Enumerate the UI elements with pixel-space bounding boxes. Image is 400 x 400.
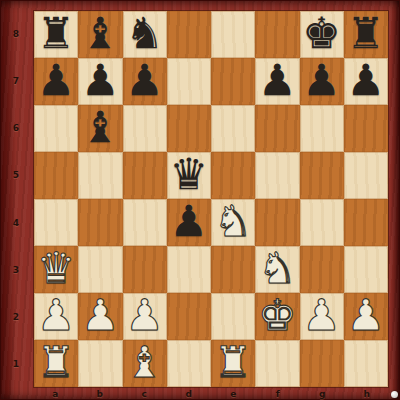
white-knight-e4[interactable]: ♞ [214, 200, 253, 243]
square-h6[interactable] [344, 105, 388, 152]
square-c6[interactable] [123, 105, 167, 152]
black-pawn-c7[interactable]: ♟ [125, 59, 164, 102]
rank-label-8: 8 [6, 10, 26, 57]
white-to-move-indicator-dot [391, 391, 398, 398]
square-e7[interactable] [211, 58, 255, 105]
square-g2[interactable]: ♟ [300, 293, 344, 340]
square-e2[interactable] [211, 293, 255, 340]
file-label-g: g [300, 388, 345, 400]
square-f4[interactable] [255, 199, 299, 246]
square-b4[interactable] [78, 199, 122, 246]
square-e3[interactable] [211, 246, 255, 293]
square-d6[interactable] [167, 105, 211, 152]
square-f8[interactable] [255, 11, 299, 58]
square-b5[interactable] [78, 152, 122, 199]
black-rook-h8[interactable]: ♜ [347, 12, 386, 55]
square-d3[interactable] [167, 246, 211, 293]
square-g1[interactable] [300, 340, 344, 387]
rank-label-6: 6 [6, 105, 26, 152]
square-h3[interactable] [344, 246, 388, 293]
square-e1[interactable]: ♜ [211, 340, 255, 387]
black-pawn-f7[interactable]: ♟ [258, 59, 297, 102]
white-rook-a1[interactable]: ♜ [37, 341, 76, 384]
white-pawn-h2[interactable]: ♟ [347, 294, 386, 337]
black-pawn-g7[interactable]: ♟ [302, 59, 341, 102]
black-pawn-h7[interactable]: ♟ [347, 59, 386, 102]
file-label-f: f [256, 388, 301, 400]
black-pawn-d4[interactable]: ♟ [170, 200, 209, 243]
white-pawn-g2[interactable]: ♟ [302, 294, 341, 337]
white-king-f2[interactable]: ♚ [258, 294, 297, 337]
square-a5[interactable] [34, 152, 78, 199]
square-f1[interactable] [255, 340, 299, 387]
white-pawn-b2[interactable]: ♟ [81, 294, 120, 337]
square-e6[interactable] [211, 105, 255, 152]
square-b2[interactable]: ♟ [78, 293, 122, 340]
file-label-h: h [345, 388, 390, 400]
square-d1[interactable] [167, 340, 211, 387]
square-b7[interactable]: ♟ [78, 58, 122, 105]
square-f6[interactable] [255, 105, 299, 152]
rank-label-3: 3 [6, 246, 26, 293]
square-d2[interactable] [167, 293, 211, 340]
square-g4[interactable] [300, 199, 344, 246]
square-g3[interactable] [300, 246, 344, 293]
square-a1[interactable]: ♜ [34, 340, 78, 387]
square-b8[interactable]: ♝ [78, 11, 122, 58]
square-f5[interactable] [255, 152, 299, 199]
square-a3[interactable]: ♛ [34, 246, 78, 293]
square-f2[interactable]: ♚ [255, 293, 299, 340]
rank-label-5: 5 [6, 152, 26, 199]
square-f3[interactable]: ♞ [255, 246, 299, 293]
black-bishop-b6[interactable]: ♝ [81, 106, 120, 149]
square-d5[interactable]: ♛ [167, 152, 211, 199]
square-g8[interactable]: ♚ [300, 11, 344, 58]
chessboard-frame: ♜♝♞♚♜♟♟♟♟♟♟♝♛♟♞♛♞♟♟♟♚♟♟♜♝♜ 87654321 abcd… [0, 0, 400, 400]
black-pawn-a7[interactable]: ♟ [37, 59, 76, 102]
square-a7[interactable]: ♟ [34, 58, 78, 105]
file-label-c: c [122, 388, 167, 400]
square-c8[interactable]: ♞ [123, 11, 167, 58]
file-label-d: d [167, 388, 212, 400]
file-label-e: e [211, 388, 256, 400]
square-g6[interactable] [300, 105, 344, 152]
square-h8[interactable]: ♜ [344, 11, 388, 58]
square-a6[interactable] [34, 105, 78, 152]
black-pawn-b7[interactable]: ♟ [81, 59, 120, 102]
white-rook-e1[interactable]: ♜ [214, 341, 253, 384]
square-c3[interactable] [123, 246, 167, 293]
chess-board: ♜♝♞♚♜♟♟♟♟♟♟♝♛♟♞♛♞♟♟♟♚♟♟♜♝♜ [33, 10, 389, 388]
square-c1[interactable]: ♝ [123, 340, 167, 387]
square-c5[interactable] [123, 152, 167, 199]
square-g5[interactable] [300, 152, 344, 199]
square-h7[interactable]: ♟ [344, 58, 388, 105]
square-d4[interactable]: ♟ [167, 199, 211, 246]
rank-labels: 87654321 [6, 10, 26, 388]
rank-label-7: 7 [6, 57, 26, 104]
square-g7[interactable]: ♟ [300, 58, 344, 105]
square-c2[interactable]: ♟ [123, 293, 167, 340]
rank-label-4: 4 [6, 199, 26, 246]
square-e5[interactable] [211, 152, 255, 199]
white-knight-f3[interactable]: ♞ [258, 247, 297, 290]
file-label-b: b [78, 388, 123, 400]
black-king-g8[interactable]: ♚ [302, 12, 341, 55]
square-d7[interactable] [167, 58, 211, 105]
square-b1[interactable] [78, 340, 122, 387]
square-c7[interactable]: ♟ [123, 58, 167, 105]
square-a2[interactable]: ♟ [34, 293, 78, 340]
white-bishop-c1[interactable]: ♝ [125, 341, 164, 384]
square-c4[interactable] [123, 199, 167, 246]
square-a8[interactable]: ♜ [34, 11, 78, 58]
black-rook-a8[interactable]: ♜ [37, 12, 76, 55]
square-f7[interactable]: ♟ [255, 58, 299, 105]
file-label-a: a [33, 388, 78, 400]
square-h1[interactable] [344, 340, 388, 387]
black-bishop-b8[interactable]: ♝ [81, 12, 120, 55]
file-labels: abcdefgh [33, 388, 389, 400]
white-pawn-c2[interactable]: ♟ [125, 294, 164, 337]
square-h2[interactable]: ♟ [344, 293, 388, 340]
square-e8[interactable] [211, 11, 255, 58]
rank-label-2: 2 [6, 294, 26, 341]
black-knight-c8[interactable]: ♞ [125, 12, 164, 55]
square-b3[interactable] [78, 246, 122, 293]
white-pawn-a2[interactable]: ♟ [37, 294, 76, 337]
square-e4[interactable]: ♞ [211, 199, 255, 246]
black-queen-d5[interactable]: ♛ [170, 153, 209, 196]
square-b6[interactable]: ♝ [78, 105, 122, 152]
square-h5[interactable] [344, 152, 388, 199]
square-d8[interactable] [167, 11, 211, 58]
rank-label-1: 1 [6, 341, 26, 388]
square-a4[interactable] [34, 199, 78, 246]
square-h4[interactable] [344, 199, 388, 246]
white-queen-a3[interactable]: ♛ [37, 247, 76, 290]
